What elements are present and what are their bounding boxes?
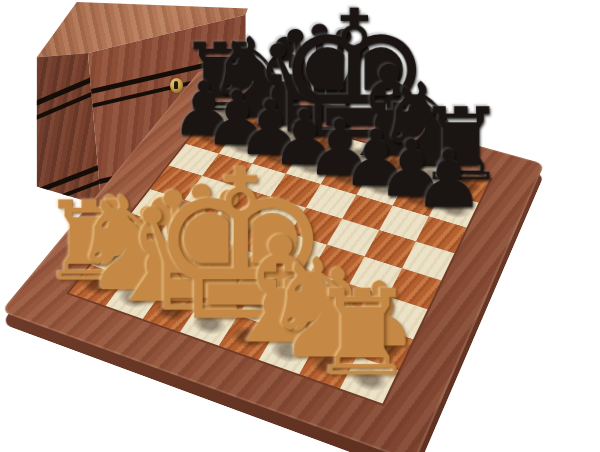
piece-white-rook[interactable]: ♜	[310, 274, 416, 392]
square-h1[interactable]: ♜	[340, 356, 398, 403]
piece-black-pawn[interactable]: ♟	[414, 140, 485, 219]
